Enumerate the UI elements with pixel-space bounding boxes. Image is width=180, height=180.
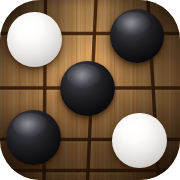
white-stone-glyph: ○: [112, 113, 167, 168]
black-stone-glyph: ●: [6, 110, 61, 165]
black-stone-top-right: ●: [110, 9, 164, 63]
black-stone-glyph: ●: [60, 61, 115, 116]
white-stone-bottom-right: ○: [112, 113, 167, 168]
black-stone-bottom-left: ●: [6, 110, 61, 165]
black-stone-glyph: ●: [110, 9, 164, 63]
black-stone-center: ●: [60, 61, 115, 116]
white-stone-glyph: ○: [7, 12, 62, 67]
go-app-icon[interactable]: ○ ● ● ● ○: [0, 0, 180, 180]
white-stone-top-left: ○: [7, 12, 62, 67]
